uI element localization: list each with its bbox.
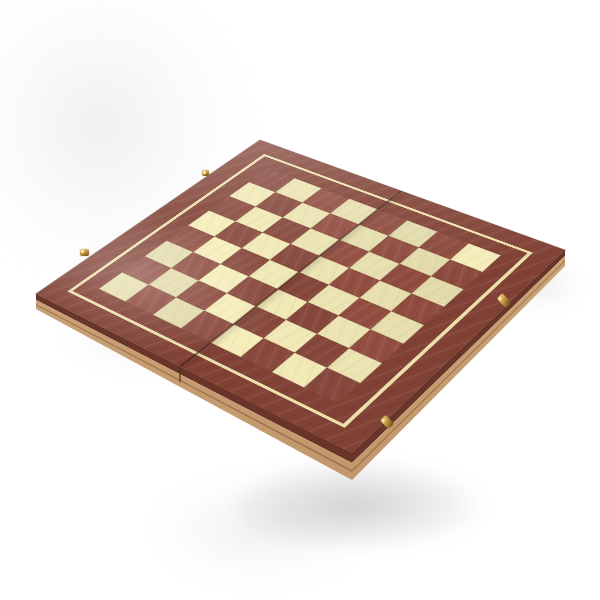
fold-seam-side-mark [179,367,181,382]
reflection-shadow-smear [120,465,400,595]
chess-board [36,140,565,453]
brass-hinge-icon [80,249,89,256]
pinstripe-inlay [67,154,533,428]
product-photo-scene [0,0,600,600]
